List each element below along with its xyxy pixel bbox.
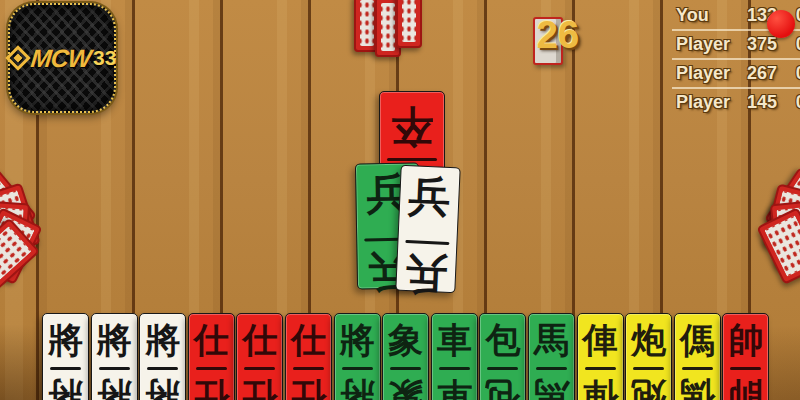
edge-digit: 0 xyxy=(796,92,800,113)
hand-card-13-yellow[interactable]: 炮炮 xyxy=(625,313,672,400)
card-back xyxy=(756,207,800,285)
card-back xyxy=(396,0,422,48)
hand-card-6-red[interactable]: 仕仕 xyxy=(285,313,332,400)
score-row-player4: Player 145 0 xyxy=(672,89,800,116)
hand-card-2-white[interactable]: 將將 xyxy=(91,313,138,400)
hand-card-11-green[interactable]: 馬馬 xyxy=(528,313,575,400)
brand-diamond-icon xyxy=(8,48,28,68)
player-score: 267 xyxy=(747,63,777,84)
hand-card-12-yellow[interactable]: 俥俥 xyxy=(577,313,624,400)
edge-digit: 0 xyxy=(796,5,800,26)
hand-card-14-yellow[interactable]: 傌傌 xyxy=(674,313,721,400)
hand-card-10-green[interactable]: 包包 xyxy=(479,313,526,400)
hand-card-4-red[interactable]: 仕仕 xyxy=(188,313,235,400)
player-score: 375 xyxy=(747,34,777,55)
edge-digit: 0 xyxy=(796,63,800,84)
brand-logo: MCW 33 xyxy=(8,3,116,113)
player-name: You xyxy=(676,5,709,26)
score-row-player3: Player 267 0 xyxy=(672,60,800,89)
hand-card-15-red[interactable]: 帥帥 xyxy=(722,313,769,400)
hand-card-8-green[interactable]: 象象 xyxy=(382,313,429,400)
hand-card-3-white[interactable]: 將將 xyxy=(139,313,186,400)
center-card-3-white: 兵兵 xyxy=(395,165,460,293)
player-name: Player xyxy=(676,34,730,55)
hand-card-5-red[interactable]: 仕仕 xyxy=(236,313,283,400)
brand-logo-number: 33 xyxy=(93,46,116,70)
game-table: MCW 33 You 132 0 Player 375 0 Player 267… xyxy=(0,0,800,400)
hand-card-7-green[interactable]: 將將 xyxy=(334,313,381,400)
player-name: Player xyxy=(676,92,730,113)
hand-card-9-green[interactable]: 車車 xyxy=(431,313,478,400)
player-name: Player xyxy=(676,63,730,84)
draw-pile-counter: 26 xyxy=(528,14,588,57)
brand-logo-text: MCW xyxy=(29,44,92,73)
edge-digit: 0 xyxy=(796,34,800,55)
turn-indicator-dot xyxy=(767,10,795,38)
hand-card-1-white[interactable]: 將將 xyxy=(42,313,89,400)
player-score: 145 xyxy=(747,92,777,113)
